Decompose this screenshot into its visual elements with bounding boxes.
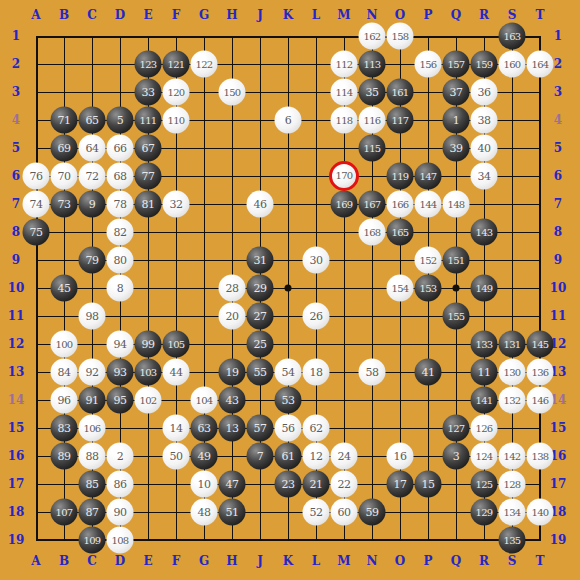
stone-white[interactable]: 24 (331, 443, 358, 470)
stone-white[interactable]: 40 (471, 135, 498, 162)
coord-label-col: O (395, 9, 405, 21)
coord-label-row: 19 (550, 534, 567, 546)
stone-white[interactable]: 64 (79, 135, 106, 162)
coord-label-col: T (536, 555, 545, 567)
stone-white[interactable]: 38 (471, 107, 498, 134)
stone-black[interactable]: 45 (51, 275, 78, 302)
coord-label-col: D (115, 9, 125, 21)
go-board[interactable]: AABBCCDDEEFFGGHHJJKKLLMMNNOOPPQQRRSSTT11… (0, 0, 580, 580)
stone-black[interactable]: 85 (79, 471, 106, 498)
stone-white[interactable]: 98 (79, 303, 106, 330)
stone-black[interactable]: 25 (247, 331, 274, 358)
stone-black[interactable]: 115 (359, 135, 386, 162)
stone-black[interactable]: 155 (443, 303, 470, 330)
stone-white[interactable]: 104 (191, 387, 218, 414)
stone-black[interactable]: 21 (303, 471, 330, 498)
stone-black[interactable]: 163 (499, 23, 526, 50)
stone-black[interactable]: 71 (51, 107, 78, 134)
stone-white[interactable]: 44 (163, 359, 190, 386)
stone-white[interactable]: 26 (303, 303, 330, 330)
stone-black[interactable]: 143 (471, 219, 498, 246)
coord-label-col: F (172, 9, 181, 21)
stone-black[interactable]: 119 (387, 163, 414, 190)
coord-label-row: 14 (8, 394, 25, 406)
stone-black[interactable]: 135 (499, 527, 526, 554)
coord-label-col: M (337, 9, 350, 21)
stone-white[interactable]: 162 (359, 23, 386, 50)
stone-black[interactable]: 79 (79, 247, 106, 274)
stone-white[interactable]: 56 (275, 415, 302, 442)
stone-black[interactable]: 87 (79, 499, 106, 526)
stone-white[interactable]: 78 (107, 191, 134, 218)
stone-black[interactable]: 117 (387, 107, 414, 134)
coord-label-col: J (257, 9, 263, 21)
stone-black[interactable]: 57 (247, 415, 274, 442)
coord-label-col: Q (451, 555, 461, 567)
stone-black[interactable]: 77 (135, 163, 162, 190)
coord-label-col: H (226, 9, 237, 21)
stone-white[interactable]: 80 (107, 247, 134, 274)
stone-white[interactable]: 152 (415, 247, 442, 274)
stone-black[interactable]: 105 (163, 331, 190, 358)
coord-label-col: R (479, 9, 489, 21)
coord-label-col: K (283, 555, 293, 567)
stone-black[interactable]: 99 (135, 331, 162, 358)
stone-white[interactable]: 66 (107, 135, 134, 162)
stone-white[interactable]: 154 (387, 275, 414, 302)
coord-label-row: 15 (8, 422, 25, 434)
coord-label-row: 5 (12, 142, 20, 154)
stone-black[interactable]: 39 (443, 135, 470, 162)
coord-label-col: N (367, 9, 378, 21)
stone-white[interactable]: 100 (51, 331, 78, 358)
stone-white[interactable]: 130 (499, 359, 526, 386)
coord-label-col: J (257, 555, 263, 567)
stone-white[interactable]: 94 (107, 331, 134, 358)
stone-black[interactable]: 33 (135, 79, 162, 106)
stone-white[interactable]: 96 (51, 387, 78, 414)
stone-white[interactable]: 32 (163, 191, 190, 218)
stone-white[interactable]: 74 (23, 191, 50, 218)
stone-white[interactable]: 146 (527, 387, 554, 414)
stone-white[interactable]: 166 (387, 191, 414, 218)
stone-white[interactable]: 6 (275, 107, 302, 134)
coord-label-row: 5 (554, 142, 562, 154)
coord-label-row: 7 (12, 198, 20, 210)
stone-black[interactable]: 15 (415, 471, 442, 498)
coord-label-row: 11 (8, 310, 25, 322)
stone-white[interactable]: 118 (331, 107, 358, 134)
stone-white[interactable]: 58 (359, 359, 386, 386)
stone-black[interactable]: 123 (135, 51, 162, 78)
stone-black[interactable]: 69 (51, 135, 78, 162)
stone-white[interactable]: 114 (331, 79, 358, 106)
stone-white[interactable]: 30 (303, 247, 330, 274)
coord-label-col: L (312, 9, 320, 21)
stone-black[interactable]: 7 (247, 443, 274, 470)
stone-black[interactable]: 53 (275, 387, 302, 414)
stone-black[interactable]: 59 (359, 499, 386, 526)
stone-black[interactable]: 157 (443, 51, 470, 78)
stone-black[interactable]: 149 (471, 275, 498, 302)
stone-white[interactable]: 156 (415, 51, 442, 78)
stone-black[interactable]: 43 (219, 387, 246, 414)
coord-label-col: G (199, 9, 209, 21)
stone-white[interactable]: 50 (163, 443, 190, 470)
stone-white[interactable]: 70 (51, 163, 78, 190)
stone-white[interactable]: 86 (107, 471, 134, 498)
stone-black[interactable]: 89 (51, 443, 78, 470)
stone-black[interactable]: 61 (275, 443, 302, 470)
stone-white[interactable]: 28 (219, 275, 246, 302)
stone-white[interactable]: 168 (359, 219, 386, 246)
stone-black[interactable]: 55 (247, 359, 274, 386)
coord-label-row: 10 (550, 282, 567, 294)
coord-label-row: 16 (8, 450, 25, 462)
coord-label-col: R (479, 555, 489, 567)
stone-black[interactable]: 31 (247, 247, 274, 274)
coord-label-row: 1 (554, 30, 562, 42)
stone-black[interactable]: 47 (219, 471, 246, 498)
stone-black[interactable]: 3 (443, 443, 470, 470)
stone-white[interactable]: 164 (527, 51, 554, 78)
coord-label-col: O (395, 555, 405, 567)
coord-label-row: 17 (8, 478, 25, 490)
coord-label-row: 6 (12, 170, 20, 182)
coord-label-row: 19 (8, 534, 25, 546)
stone-white[interactable]: 16 (387, 443, 414, 470)
stone-white[interactable]: 112 (331, 51, 358, 78)
coord-label-col: C (87, 555, 97, 567)
coord-label-row: 3 (554, 86, 562, 98)
coord-label-row: 11 (550, 310, 567, 322)
stone-white[interactable]: 132 (499, 387, 526, 414)
stone-black[interactable]: 131 (499, 331, 526, 358)
stone-black[interactable]: 151 (443, 247, 470, 274)
coord-label-row: 15 (550, 422, 567, 434)
coord-label-col: A (31, 9, 40, 21)
coord-label-row: 8 (554, 226, 562, 238)
stone-black[interactable]: 37 (443, 79, 470, 106)
stone-white[interactable]: 128 (499, 471, 526, 498)
stone-black[interactable]: 153 (415, 275, 442, 302)
stone-white[interactable]: 170 (329, 161, 359, 191)
stone-black[interactable]: 95 (107, 387, 134, 414)
stone-black[interactable]: 41 (415, 359, 442, 386)
coord-label-row: 3 (12, 86, 20, 98)
star-point (285, 285, 292, 292)
stone-black[interactable]: 133 (471, 331, 498, 358)
stone-white[interactable]: 14 (163, 415, 190, 442)
stone-white[interactable]: 52 (303, 499, 330, 526)
stone-white[interactable]: 122 (191, 51, 218, 78)
coord-label-col: P (423, 9, 432, 21)
coord-label-row: 9 (554, 254, 562, 266)
stone-white[interactable]: 110 (163, 107, 190, 134)
coord-label-row: 10 (8, 282, 25, 294)
coord-label-col: L (312, 555, 320, 567)
stone-white[interactable]: 46 (247, 191, 274, 218)
stone-white[interactable]: 136 (527, 359, 554, 386)
stone-black[interactable]: 147 (415, 163, 442, 190)
stone-black[interactable]: 75 (23, 219, 50, 246)
stone-black[interactable]: 127 (443, 415, 470, 442)
stone-white[interactable]: 124 (471, 443, 498, 470)
stone-white[interactable]: 116 (359, 107, 386, 134)
stone-white[interactable]: 102 (135, 387, 162, 414)
stone-black[interactable]: 113 (359, 51, 386, 78)
stone-black[interactable]: 159 (471, 51, 498, 78)
coord-label-row: 1 (12, 30, 20, 42)
coord-label-row: 9 (12, 254, 20, 266)
coord-label-row: 2 (554, 58, 562, 70)
coord-label-col: S (508, 9, 517, 21)
coord-label-row: 13 (8, 366, 25, 378)
stone-white[interactable]: 138 (527, 443, 554, 470)
stone-black[interactable]: 73 (51, 191, 78, 218)
stone-white[interactable]: 90 (107, 499, 134, 526)
stone-white[interactable]: 108 (107, 527, 134, 554)
stone-black[interactable]: 81 (135, 191, 162, 218)
stone-white[interactable]: 144 (415, 191, 442, 218)
stone-white[interactable]: 158 (387, 23, 414, 50)
stone-black[interactable]: 145 (527, 331, 554, 358)
stone-black[interactable]: 13 (219, 415, 246, 442)
coord-label-col: T (536, 9, 545, 21)
stone-black[interactable]: 141 (471, 387, 498, 414)
stone-white[interactable]: 60 (331, 499, 358, 526)
coord-label-row: 2 (12, 58, 20, 70)
coord-label-col: F (172, 555, 181, 567)
stone-white[interactable]: 2 (107, 443, 134, 470)
stone-black[interactable]: 91 (79, 387, 106, 414)
stone-white[interactable]: 62 (303, 415, 330, 442)
stone-white[interactable]: 36 (471, 79, 498, 106)
coord-label-col: P (423, 555, 432, 567)
stone-black[interactable]: 35 (359, 79, 386, 106)
stone-white[interactable]: 10 (191, 471, 218, 498)
coord-label-col: D (115, 555, 125, 567)
stone-white[interactable]: 106 (79, 415, 106, 442)
stone-white[interactable]: 18 (303, 359, 330, 386)
stone-black[interactable]: 107 (51, 499, 78, 526)
stone-white[interactable]: 48 (191, 499, 218, 526)
coord-label-row: 12 (8, 338, 25, 350)
coord-label-col: K (283, 9, 293, 21)
stone-white[interactable]: 160 (499, 51, 526, 78)
stone-black[interactable]: 111 (135, 107, 162, 134)
stone-black[interactable]: 9 (79, 191, 106, 218)
stone-white[interactable]: 126 (471, 415, 498, 442)
coord-label-row: 4 (554, 114, 562, 126)
stone-white[interactable]: 22 (331, 471, 358, 498)
stone-black[interactable]: 167 (359, 191, 386, 218)
coord-label-col: B (59, 555, 69, 567)
stone-black[interactable]: 121 (163, 51, 190, 78)
coord-label-col: B (59, 9, 69, 21)
stone-black[interactable]: 169 (331, 191, 358, 218)
stone-black[interactable]: 93 (107, 359, 134, 386)
stone-black[interactable]: 17 (387, 471, 414, 498)
stone-white[interactable]: 54 (275, 359, 302, 386)
coord-label-row: 4 (12, 114, 20, 126)
coord-label-row: 6 (554, 170, 562, 182)
coord-label-row: 7 (554, 198, 562, 210)
stone-black[interactable]: 23 (275, 471, 302, 498)
coord-label-col: N (367, 555, 378, 567)
coord-label-row: 8 (12, 226, 20, 238)
coord-label-col: E (143, 9, 152, 21)
coord-label-row: 17 (550, 478, 567, 490)
stone-white[interactable]: 120 (163, 79, 190, 106)
coord-label-row: 18 (8, 506, 25, 518)
stone-black[interactable]: 1 (443, 107, 470, 134)
stone-white[interactable]: 82 (107, 219, 134, 246)
stone-white[interactable]: 140 (527, 499, 554, 526)
stone-white[interactable]: 12 (303, 443, 330, 470)
stone-black[interactable]: 129 (471, 499, 498, 526)
stone-black[interactable]: 83 (51, 415, 78, 442)
stone-black[interactable]: 161 (387, 79, 414, 106)
stone-black[interactable]: 109 (79, 527, 106, 554)
stone-white[interactable]: 72 (79, 163, 106, 190)
stone-black[interactable]: 29 (247, 275, 274, 302)
stone-white[interactable]: 76 (23, 163, 50, 190)
stone-white[interactable]: 148 (443, 191, 470, 218)
coord-label-col: G (199, 555, 209, 567)
stone-white[interactable]: 68 (107, 163, 134, 190)
coord-label-col: E (143, 555, 152, 567)
coord-label-col: A (31, 555, 40, 567)
coord-label-col: M (337, 555, 350, 567)
star-point (453, 285, 460, 292)
stone-black[interactable]: 27 (247, 303, 274, 330)
stone-black[interactable]: 19 (219, 359, 246, 386)
stone-white[interactable]: 134 (499, 499, 526, 526)
stone-black[interactable]: 49 (191, 443, 218, 470)
stone-black[interactable]: 11 (471, 359, 498, 386)
stone-black[interactable]: 51 (219, 499, 246, 526)
stone-black[interactable]: 125 (471, 471, 498, 498)
stone-white[interactable]: 142 (499, 443, 526, 470)
stone-black[interactable]: 65 (79, 107, 106, 134)
stone-black[interactable]: 67 (135, 135, 162, 162)
stone-white[interactable]: 88 (79, 443, 106, 470)
stone-black[interactable]: 103 (135, 359, 162, 386)
coord-label-col: Q (451, 9, 461, 21)
stone-black[interactable]: 5 (107, 107, 134, 134)
stone-black[interactable]: 63 (191, 415, 218, 442)
coord-label-col: S (508, 555, 517, 567)
stone-white[interactable]: 150 (219, 79, 246, 106)
stone-black[interactable]: 165 (387, 219, 414, 246)
stone-white[interactable]: 20 (219, 303, 246, 330)
coord-label-col: C (87, 9, 97, 21)
stone-white[interactable]: 8 (107, 275, 134, 302)
stone-white[interactable]: 34 (471, 163, 498, 190)
stone-white[interactable]: 92 (79, 359, 106, 386)
stone-white[interactable]: 84 (51, 359, 78, 386)
coord-label-col: H (226, 555, 237, 567)
